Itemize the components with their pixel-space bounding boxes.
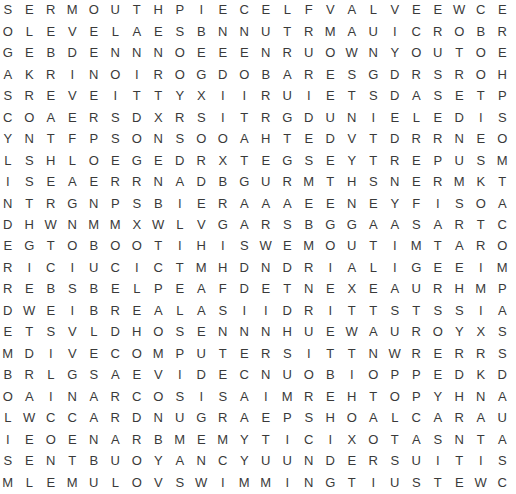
grid-cell[interactable]: I bbox=[126, 257, 148, 278]
grid-cell[interactable]: O bbox=[126, 235, 148, 256]
grid-cell[interactable]: M bbox=[298, 171, 320, 192]
grid-cell[interactable]: E bbox=[449, 85, 471, 106]
grid-cell[interactable]: E bbox=[363, 278, 385, 299]
grid-cell[interactable]: A bbox=[427, 407, 449, 428]
grid-cell[interactable]: R bbox=[212, 407, 234, 428]
grid-cell[interactable]: O bbox=[470, 63, 492, 84]
grid-cell[interactable]: P bbox=[406, 386, 428, 407]
grid-cell[interactable]: B bbox=[0, 364, 19, 385]
grid-cell[interactable]: O bbox=[105, 63, 127, 84]
grid-cell[interactable]: B bbox=[470, 20, 492, 41]
grid-cell[interactable]: A bbox=[384, 278, 406, 299]
grid-cell[interactable]: G bbox=[320, 214, 342, 235]
grid-cell[interactable]: M bbox=[62, 0, 84, 20]
grid-cell[interactable]: S bbox=[492, 343, 514, 364]
grid-cell[interactable]: R bbox=[449, 343, 471, 364]
grid-cell[interactable]: I bbox=[169, 235, 191, 256]
grid-cell[interactable]: D bbox=[0, 300, 19, 321]
grid-cell[interactable]: G bbox=[277, 149, 299, 170]
grid-cell[interactable]: P bbox=[148, 278, 170, 299]
grid-cell[interactable]: S bbox=[277, 214, 299, 235]
grid-cell[interactable]: K bbox=[470, 364, 492, 385]
grid-cell[interactable]: B bbox=[212, 171, 234, 192]
grid-cell[interactable]: U bbox=[449, 149, 471, 170]
grid-cell[interactable]: R bbox=[298, 20, 320, 41]
grid-cell[interactable]: Y bbox=[169, 85, 191, 106]
grid-cell[interactable]: M bbox=[0, 343, 19, 364]
grid-cell[interactable]: O bbox=[148, 321, 170, 342]
grid-cell[interactable]: Y bbox=[384, 192, 406, 213]
grid-cell[interactable]: X bbox=[126, 214, 148, 235]
grid-cell[interactable]: H bbox=[212, 257, 234, 278]
grid-cell[interactable]: I bbox=[427, 450, 449, 471]
grid-cell[interactable]: T bbox=[470, 429, 492, 450]
grid-cell[interactable]: D bbox=[62, 42, 84, 63]
grid-cell[interactable]: E bbox=[255, 149, 277, 170]
grid-cell[interactable]: I bbox=[212, 472, 234, 493]
grid-cell[interactable]: L bbox=[169, 300, 191, 321]
grid-cell[interactable]: A bbox=[492, 192, 514, 213]
grid-cell[interactable]: S bbox=[19, 149, 41, 170]
grid-cell[interactable]: N bbox=[126, 42, 148, 63]
grid-cell[interactable]: N bbox=[105, 42, 127, 63]
grid-cell[interactable]: B bbox=[83, 278, 105, 299]
grid-cell[interactable]: R bbox=[427, 20, 449, 41]
grid-cell[interactable]: I bbox=[320, 257, 342, 278]
grid-cell[interactable]: S bbox=[105, 128, 127, 149]
grid-cell[interactable]: I bbox=[62, 63, 84, 84]
grid-cell[interactable]: P bbox=[83, 128, 105, 149]
grid-cell[interactable]: R bbox=[255, 85, 277, 106]
grid-cell[interactable]: E bbox=[255, 0, 277, 20]
grid-cell[interactable]: U bbox=[255, 450, 277, 471]
grid-cell[interactable]: U bbox=[169, 407, 191, 428]
grid-cell[interactable]: E bbox=[19, 0, 41, 20]
grid-cell[interactable]: B bbox=[191, 20, 213, 41]
grid-cell[interactable]: L bbox=[0, 149, 19, 170]
grid-cell[interactable]: L bbox=[105, 20, 127, 41]
grid-cell[interactable]: R bbox=[470, 343, 492, 364]
grid-cell[interactable]: H bbox=[19, 214, 41, 235]
grid-cell[interactable]: G bbox=[341, 214, 363, 235]
grid-cell[interactable]: I bbox=[234, 85, 256, 106]
grid-cell[interactable]: G bbox=[363, 63, 385, 84]
grid-cell[interactable]: U bbox=[83, 257, 105, 278]
grid-cell[interactable]: O bbox=[126, 128, 148, 149]
grid-cell[interactable]: O bbox=[105, 235, 127, 256]
grid-cell[interactable]: N bbox=[212, 321, 234, 342]
grid-cell[interactable]: R bbox=[105, 407, 127, 428]
grid-cell[interactable]: E bbox=[449, 472, 471, 493]
grid-cell[interactable]: E bbox=[298, 128, 320, 149]
grid-cell[interactable]: O bbox=[320, 235, 342, 256]
grid-cell[interactable]: B bbox=[148, 192, 170, 213]
grid-cell[interactable]: N bbox=[384, 171, 406, 192]
grid-cell[interactable]: U bbox=[255, 171, 277, 192]
grid-cell[interactable]: T bbox=[363, 235, 385, 256]
grid-cell[interactable]: L bbox=[19, 20, 41, 41]
grid-cell[interactable]: Y bbox=[427, 386, 449, 407]
grid-cell[interactable]: X bbox=[341, 278, 363, 299]
grid-cell[interactable]: E bbox=[234, 42, 256, 63]
grid-cell[interactable]: H bbox=[148, 0, 170, 20]
grid-cell[interactable]: T bbox=[169, 257, 191, 278]
grid-cell[interactable]: E bbox=[406, 0, 428, 20]
grid-cell[interactable]: E bbox=[234, 343, 256, 364]
grid-cell[interactable]: U bbox=[255, 20, 277, 41]
grid-cell[interactable]: N bbox=[255, 364, 277, 385]
grid-cell[interactable]: N bbox=[40, 450, 62, 471]
grid-cell[interactable]: S bbox=[449, 192, 471, 213]
grid-cell[interactable]: E bbox=[406, 149, 428, 170]
grid-cell[interactable]: G bbox=[62, 364, 84, 385]
grid-cell[interactable]: R bbox=[427, 171, 449, 192]
grid-cell[interactable]: E bbox=[341, 450, 363, 471]
grid-cell[interactable]: O bbox=[363, 429, 385, 450]
grid-cell[interactable]: S bbox=[126, 192, 148, 213]
grid-cell[interactable]: T bbox=[126, 0, 148, 20]
grid-cell[interactable]: T bbox=[234, 149, 256, 170]
grid-cell[interactable]: T bbox=[320, 343, 342, 364]
grid-cell[interactable]: A bbox=[470, 407, 492, 428]
grid-cell[interactable]: D bbox=[191, 171, 213, 192]
grid-cell[interactable]: O bbox=[427, 321, 449, 342]
grid-cell[interactable]: E bbox=[255, 278, 277, 299]
grid-cell[interactable]: E bbox=[470, 128, 492, 149]
grid-cell[interactable]: A bbox=[191, 300, 213, 321]
grid-cell[interactable]: A bbox=[0, 63, 19, 84]
grid-cell[interactable]: M bbox=[470, 278, 492, 299]
grid-cell[interactable]: O bbox=[83, 0, 105, 20]
grid-cell[interactable]: A bbox=[255, 192, 277, 213]
grid-cell[interactable]: K bbox=[19, 63, 41, 84]
grid-cell[interactable]: I bbox=[255, 300, 277, 321]
grid-cell[interactable]: C bbox=[234, 364, 256, 385]
grid-cell[interactable]: E bbox=[126, 300, 148, 321]
grid-cell[interactable]: E bbox=[83, 343, 105, 364]
grid-cell[interactable]: T bbox=[470, 214, 492, 235]
grid-cell[interactable]: A bbox=[277, 192, 299, 213]
grid-cell[interactable]: U bbox=[83, 472, 105, 493]
grid-cell[interactable]: N bbox=[62, 214, 84, 235]
grid-cell[interactable]: I bbox=[277, 472, 299, 493]
grid-cell[interactable]: P bbox=[169, 343, 191, 364]
grid-cell[interactable]: R bbox=[105, 386, 127, 407]
grid-cell[interactable]: E bbox=[492, 0, 514, 20]
grid-cell[interactable]: S bbox=[0, 450, 19, 471]
grid-cell[interactable]: A bbox=[234, 192, 256, 213]
grid-cell[interactable]: V bbox=[62, 20, 84, 41]
grid-cell[interactable]: W bbox=[148, 214, 170, 235]
grid-cell[interactable]: I bbox=[105, 85, 127, 106]
grid-cell[interactable]: C bbox=[492, 214, 514, 235]
grid-cell[interactable]: E bbox=[363, 192, 385, 213]
grid-cell[interactable]: E bbox=[19, 429, 41, 450]
grid-cell[interactable]: E bbox=[40, 472, 62, 493]
grid-cell[interactable]: D bbox=[126, 407, 148, 428]
grid-cell[interactable]: D bbox=[277, 300, 299, 321]
grid-cell[interactable]: I bbox=[470, 257, 492, 278]
grid-cell[interactable]: M bbox=[62, 472, 84, 493]
grid-cell[interactable]: C bbox=[0, 106, 19, 127]
grid-cell[interactable]: A bbox=[427, 214, 449, 235]
grid-cell[interactable]: X bbox=[191, 85, 213, 106]
grid-cell[interactable]: A bbox=[492, 429, 514, 450]
grid-cell[interactable]: O bbox=[83, 149, 105, 170]
grid-cell[interactable]: C bbox=[406, 20, 428, 41]
grid-cell[interactable]: C bbox=[234, 0, 256, 20]
grid-cell[interactable]: S bbox=[427, 63, 449, 84]
grid-cell[interactable]: E bbox=[0, 321, 19, 342]
grid-cell[interactable]: O bbox=[234, 63, 256, 84]
grid-cell[interactable]: F bbox=[212, 278, 234, 299]
grid-cell[interactable]: N bbox=[298, 450, 320, 471]
grid-cell[interactable]: L bbox=[62, 149, 84, 170]
grid-cell[interactable]: F bbox=[406, 192, 428, 213]
grid-cell[interactable]: M bbox=[83, 214, 105, 235]
grid-cell[interactable]: E bbox=[40, 20, 62, 41]
grid-cell[interactable]: R bbox=[363, 450, 385, 471]
grid-cell[interactable]: U bbox=[341, 235, 363, 256]
grid-cell[interactable]: P bbox=[105, 192, 127, 213]
grid-cell[interactable]: X bbox=[341, 429, 363, 450]
grid-cell[interactable]: M bbox=[105, 214, 127, 235]
grid-cell[interactable]: S bbox=[212, 300, 234, 321]
grid-cell[interactable]: N bbox=[234, 20, 256, 41]
grid-cell[interactable]: R bbox=[427, 278, 449, 299]
grid-cell[interactable]: A bbox=[492, 386, 514, 407]
grid-cell[interactable]: A bbox=[234, 128, 256, 149]
grid-cell[interactable]: E bbox=[83, 20, 105, 41]
grid-cell[interactable]: S bbox=[406, 214, 428, 235]
grid-cell[interactable]: H bbox=[341, 171, 363, 192]
grid-cell[interactable]: H bbox=[40, 149, 62, 170]
grid-cell[interactable]: U bbox=[406, 450, 428, 471]
grid-cell[interactable]: W bbox=[449, 0, 471, 20]
grid-cell[interactable]: R bbox=[19, 364, 41, 385]
grid-cell[interactable]: N bbox=[148, 407, 170, 428]
grid-cell[interactable]: S bbox=[406, 472, 428, 493]
grid-cell[interactable]: I bbox=[427, 192, 449, 213]
grid-cell[interactable]: B bbox=[83, 450, 105, 471]
grid-cell[interactable]: D bbox=[298, 106, 320, 127]
grid-cell[interactable]: O bbox=[169, 42, 191, 63]
grid-cell[interactable]: M bbox=[212, 429, 234, 450]
grid-cell[interactable]: I bbox=[341, 364, 363, 385]
grid-cell[interactable]: W bbox=[40, 214, 62, 235]
grid-cell[interactable]: A bbox=[341, 20, 363, 41]
grid-cell[interactable]: I bbox=[0, 429, 19, 450]
grid-cell[interactable]: T bbox=[492, 171, 514, 192]
grid-cell[interactable]: I bbox=[384, 257, 406, 278]
grid-cell[interactable]: L bbox=[406, 106, 428, 127]
grid-cell[interactable]: R bbox=[105, 171, 127, 192]
grid-cell[interactable]: B bbox=[40, 278, 62, 299]
grid-cell[interactable]: T bbox=[277, 20, 299, 41]
grid-cell[interactable]: O bbox=[492, 128, 514, 149]
grid-cell[interactable]: E bbox=[191, 192, 213, 213]
grid-cell[interactable]: S bbox=[169, 20, 191, 41]
grid-cell[interactable]: U bbox=[191, 343, 213, 364]
grid-cell[interactable]: T bbox=[40, 235, 62, 256]
grid-cell[interactable]: I bbox=[384, 235, 406, 256]
grid-cell[interactable]: O bbox=[148, 386, 170, 407]
grid-cell[interactable]: I bbox=[212, 85, 234, 106]
grid-cell[interactable]: M bbox=[320, 20, 342, 41]
grid-cell[interactable]: H bbox=[277, 321, 299, 342]
grid-cell[interactable]: S bbox=[62, 278, 84, 299]
grid-cell[interactable]: T bbox=[363, 300, 385, 321]
grid-cell[interactable]: O bbox=[449, 20, 471, 41]
grid-cell[interactable]: P bbox=[169, 0, 191, 20]
grid-cell[interactable]: S bbox=[169, 386, 191, 407]
grid-cell[interactable]: R bbox=[126, 171, 148, 192]
grid-cell[interactable]: R bbox=[298, 386, 320, 407]
grid-cell[interactable]: C bbox=[105, 257, 127, 278]
grid-cell[interactable]: R bbox=[277, 42, 299, 63]
grid-cell[interactable]: D bbox=[320, 450, 342, 471]
grid-cell[interactable]: S bbox=[341, 63, 363, 84]
grid-cell[interactable]: M bbox=[492, 257, 514, 278]
grid-cell[interactable]: S bbox=[191, 106, 213, 127]
grid-cell[interactable]: O bbox=[320, 42, 342, 63]
grid-cell[interactable]: C bbox=[406, 407, 428, 428]
grid-cell[interactable]: N bbox=[148, 171, 170, 192]
grid-cell[interactable]: U bbox=[277, 85, 299, 106]
grid-cell[interactable]: I bbox=[191, 386, 213, 407]
grid-cell[interactable]: R bbox=[0, 257, 19, 278]
grid-cell[interactable]: N bbox=[148, 42, 170, 63]
grid-cell[interactable]: E bbox=[148, 149, 170, 170]
grid-cell[interactable]: I bbox=[234, 300, 256, 321]
grid-cell[interactable]: S bbox=[492, 450, 514, 471]
grid-cell[interactable]: I bbox=[212, 235, 234, 256]
grid-cell[interactable]: S bbox=[470, 149, 492, 170]
grid-cell[interactable]: M bbox=[255, 472, 277, 493]
grid-cell[interactable]: R bbox=[406, 343, 428, 364]
grid-cell[interactable]: L bbox=[40, 364, 62, 385]
grid-cell[interactable]: D bbox=[492, 364, 514, 385]
grid-cell[interactable]: A bbox=[169, 171, 191, 192]
grid-cell[interactable]: A bbox=[363, 407, 385, 428]
grid-cell[interactable]: A bbox=[341, 257, 363, 278]
grid-cell[interactable]: N bbox=[62, 386, 84, 407]
grid-cell[interactable]: U bbox=[298, 42, 320, 63]
grid-cell[interactable]: A bbox=[105, 364, 127, 385]
grid-cell[interactable]: D bbox=[234, 257, 256, 278]
grid-cell[interactable]: O bbox=[62, 235, 84, 256]
grid-cell[interactable]: E bbox=[255, 407, 277, 428]
grid-cell[interactable]: R bbox=[212, 192, 234, 213]
grid-cell[interactable]: P bbox=[427, 149, 449, 170]
grid-cell[interactable]: B bbox=[255, 63, 277, 84]
grid-cell[interactable]: U bbox=[492, 407, 514, 428]
grid-cell[interactable]: R bbox=[277, 171, 299, 192]
grid-cell[interactable]: N bbox=[19, 128, 41, 149]
grid-cell[interactable]: U bbox=[384, 472, 406, 493]
grid-cell[interactable]: I bbox=[19, 257, 41, 278]
grid-cell[interactable]: S bbox=[492, 321, 514, 342]
grid-cell[interactable]: A bbox=[234, 407, 256, 428]
grid-cell[interactable]: D bbox=[384, 128, 406, 149]
grid-cell[interactable]: E bbox=[212, 42, 234, 63]
grid-cell[interactable]: S bbox=[384, 450, 406, 471]
grid-cell[interactable]: O bbox=[126, 450, 148, 471]
grid-cell[interactable]: G bbox=[19, 235, 41, 256]
grid-cell[interactable]: T bbox=[19, 321, 41, 342]
grid-cell[interactable]: N bbox=[191, 450, 213, 471]
grid-cell[interactable]: S bbox=[298, 149, 320, 170]
grid-cell[interactable]: M bbox=[0, 472, 19, 493]
grid-cell[interactable]: A bbox=[363, 214, 385, 235]
grid-cell[interactable]: R bbox=[406, 128, 428, 149]
grid-cell[interactable]: W bbox=[341, 42, 363, 63]
grid-cell[interactable]: R bbox=[40, 192, 62, 213]
grid-cell[interactable]: T bbox=[470, 85, 492, 106]
grid-cell[interactable]: D bbox=[126, 106, 148, 127]
grid-cell[interactable]: A bbox=[406, 429, 428, 450]
grid-cell[interactable]: R bbox=[126, 429, 148, 450]
grid-cell[interactable]: R bbox=[298, 63, 320, 84]
grid-cell[interactable]: R bbox=[406, 63, 428, 84]
grid-cell[interactable]: U bbox=[277, 450, 299, 471]
grid-cell[interactable]: R bbox=[255, 106, 277, 127]
grid-cell[interactable]: C bbox=[40, 257, 62, 278]
grid-cell[interactable]: T bbox=[363, 149, 385, 170]
grid-cell[interactable]: O bbox=[169, 63, 191, 84]
grid-cell[interactable]: V bbox=[320, 0, 342, 20]
grid-cell[interactable]: H bbox=[191, 235, 213, 256]
grid-cell[interactable]: T bbox=[341, 85, 363, 106]
grid-cell[interactable]: G bbox=[191, 407, 213, 428]
grid-cell[interactable]: S bbox=[449, 300, 471, 321]
grid-cell[interactable]: X bbox=[212, 149, 234, 170]
grid-cell[interactable]: A bbox=[83, 407, 105, 428]
grid-cell[interactable]: N bbox=[341, 192, 363, 213]
grid-cell[interactable]: O bbox=[406, 42, 428, 63]
grid-cell[interactable]: T bbox=[406, 300, 428, 321]
grid-cell[interactable]: U bbox=[384, 321, 406, 342]
grid-cell[interactable]: N bbox=[341, 106, 363, 127]
grid-cell[interactable]: N bbox=[363, 42, 385, 63]
grid-cell[interactable]: C bbox=[470, 0, 492, 20]
grid-cell[interactable]: D bbox=[191, 364, 213, 385]
grid-cell[interactable]: E bbox=[212, 364, 234, 385]
grid-cell[interactable]: M bbox=[298, 235, 320, 256]
grid-cell[interactable]: H bbox=[255, 128, 277, 149]
grid-cell[interactable]: E bbox=[191, 429, 213, 450]
grid-cell[interactable]: P bbox=[406, 364, 428, 385]
grid-cell[interactable]: I bbox=[384, 20, 406, 41]
grid-cell[interactable]: X bbox=[470, 321, 492, 342]
grid-cell[interactable]: M bbox=[449, 171, 471, 192]
grid-cell[interactable]: D bbox=[277, 257, 299, 278]
grid-cell[interactable]: L bbox=[0, 407, 19, 428]
grid-cell[interactable]: S bbox=[427, 85, 449, 106]
grid-cell[interactable]: L bbox=[277, 0, 299, 20]
grid-cell[interactable]: T bbox=[384, 429, 406, 450]
grid-cell[interactable]: R bbox=[169, 106, 191, 127]
grid-cell[interactable]: E bbox=[384, 106, 406, 127]
grid-cell[interactable]: E bbox=[191, 321, 213, 342]
grid-cell[interactable]: N bbox=[449, 429, 471, 450]
grid-cell[interactable]: N bbox=[83, 429, 105, 450]
grid-cell[interactable]: E bbox=[19, 278, 41, 299]
grid-cell[interactable]: L bbox=[126, 278, 148, 299]
grid-cell[interactable]: E bbox=[427, 0, 449, 20]
grid-cell[interactable]: S bbox=[0, 85, 19, 106]
grid-cell[interactable]: E bbox=[298, 192, 320, 213]
